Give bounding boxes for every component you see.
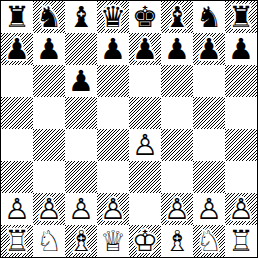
piece-white-pawn xyxy=(1,193,33,225)
piece-black-pawn xyxy=(65,65,97,97)
square-f7[interactable] xyxy=(161,33,193,65)
square-a6[interactable] xyxy=(1,65,33,97)
square-h7[interactable] xyxy=(225,33,257,65)
square-c3[interactable] xyxy=(65,161,97,193)
square-h3[interactable] xyxy=(225,161,257,193)
square-d7[interactable] xyxy=(97,33,129,65)
piece-white-king xyxy=(129,225,161,257)
square-e4[interactable] xyxy=(129,129,161,161)
square-g5[interactable] xyxy=(193,97,225,129)
square-b2[interactable] xyxy=(33,193,65,225)
piece-white-knight xyxy=(193,225,225,257)
piece-white-pawn xyxy=(225,193,257,225)
square-d1[interactable] xyxy=(97,225,129,257)
piece-black-rook xyxy=(225,1,257,33)
piece-black-pawn xyxy=(1,33,33,65)
piece-black-pawn xyxy=(97,33,129,65)
piece-black-knight xyxy=(33,1,65,33)
piece-black-pawn xyxy=(193,33,225,65)
piece-white-rook xyxy=(225,225,257,257)
piece-black-pawn xyxy=(225,33,257,65)
square-a4[interactable] xyxy=(1,129,33,161)
square-g7[interactable] xyxy=(193,33,225,65)
piece-black-bishop xyxy=(161,1,193,33)
piece-white-pawn xyxy=(65,193,97,225)
square-h5[interactable] xyxy=(225,97,257,129)
square-b5[interactable] xyxy=(33,97,65,129)
square-b8[interactable] xyxy=(33,1,65,33)
piece-white-pawn xyxy=(193,193,225,225)
square-c6[interactable] xyxy=(65,65,97,97)
piece-black-knight xyxy=(193,1,225,33)
square-d4[interactable] xyxy=(97,129,129,161)
chess-board xyxy=(0,0,258,258)
piece-white-rook xyxy=(1,225,33,257)
square-g6[interactable] xyxy=(193,65,225,97)
square-h4[interactable] xyxy=(225,129,257,161)
piece-white-queen xyxy=(97,225,129,257)
square-b3[interactable] xyxy=(33,161,65,193)
piece-white-pawn xyxy=(161,193,193,225)
square-e7[interactable] xyxy=(129,33,161,65)
square-g3[interactable] xyxy=(193,161,225,193)
piece-black-queen xyxy=(97,1,129,33)
piece-black-king xyxy=(129,1,161,33)
square-e8[interactable] xyxy=(129,1,161,33)
square-a5[interactable] xyxy=(1,97,33,129)
square-f3[interactable] xyxy=(161,161,193,193)
piece-white-bishop xyxy=(161,225,193,257)
square-c1[interactable] xyxy=(65,225,97,257)
square-h2[interactable] xyxy=(225,193,257,225)
piece-white-knight xyxy=(33,225,65,257)
square-d8[interactable] xyxy=(97,1,129,33)
square-h1[interactable] xyxy=(225,225,257,257)
square-f8[interactable] xyxy=(161,1,193,33)
square-f6[interactable] xyxy=(161,65,193,97)
square-h8[interactable] xyxy=(225,1,257,33)
square-e2[interactable] xyxy=(129,193,161,225)
piece-black-pawn xyxy=(33,33,65,65)
square-a7[interactable] xyxy=(1,33,33,65)
square-g4[interactable] xyxy=(193,129,225,161)
square-b7[interactable] xyxy=(33,33,65,65)
square-e1[interactable] xyxy=(129,225,161,257)
piece-white-pawn xyxy=(97,193,129,225)
piece-white-pawn xyxy=(129,129,161,161)
square-b4[interactable] xyxy=(33,129,65,161)
square-f1[interactable] xyxy=(161,225,193,257)
piece-black-pawn xyxy=(129,33,161,65)
square-g1[interactable] xyxy=(193,225,225,257)
square-c7[interactable] xyxy=(65,33,97,65)
square-e6[interactable] xyxy=(129,65,161,97)
square-d3[interactable] xyxy=(97,161,129,193)
square-a2[interactable] xyxy=(1,193,33,225)
square-e3[interactable] xyxy=(129,161,161,193)
square-a1[interactable] xyxy=(1,225,33,257)
square-e5[interactable] xyxy=(129,97,161,129)
square-c4[interactable] xyxy=(65,129,97,161)
square-c5[interactable] xyxy=(65,97,97,129)
piece-black-rook xyxy=(1,1,33,33)
piece-black-pawn xyxy=(161,33,193,65)
square-a8[interactable] xyxy=(1,1,33,33)
square-g8[interactable] xyxy=(193,1,225,33)
square-c2[interactable] xyxy=(65,193,97,225)
square-d2[interactable] xyxy=(97,193,129,225)
square-b6[interactable] xyxy=(33,65,65,97)
piece-white-bishop xyxy=(65,225,97,257)
square-d6[interactable] xyxy=(97,65,129,97)
square-b1[interactable] xyxy=(33,225,65,257)
piece-white-pawn xyxy=(33,193,65,225)
square-f5[interactable] xyxy=(161,97,193,129)
square-f2[interactable] xyxy=(161,193,193,225)
piece-black-bishop xyxy=(65,1,97,33)
square-a3[interactable] xyxy=(1,161,33,193)
square-f4[interactable] xyxy=(161,129,193,161)
square-c8[interactable] xyxy=(65,1,97,33)
square-g2[interactable] xyxy=(193,193,225,225)
square-h6[interactable] xyxy=(225,65,257,97)
square-d5[interactable] xyxy=(97,97,129,129)
